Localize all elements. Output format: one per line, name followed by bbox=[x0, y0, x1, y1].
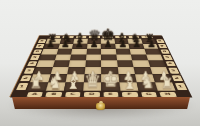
square-b2: ♟ bbox=[48, 74, 67, 82]
square-g4 bbox=[132, 60, 150, 67]
frame-cell: 5 bbox=[161, 54, 175, 60]
square-d6 bbox=[86, 49, 101, 55]
frame-cell: 3 bbox=[166, 67, 181, 74]
frame-cell: 2 bbox=[169, 74, 185, 82]
white-pawn-f2: ♟ bbox=[119, 70, 137, 82]
black-knight-b8: ♞ bbox=[59, 32, 73, 44]
square-d4 bbox=[85, 60, 101, 67]
square-a6 bbox=[41, 49, 58, 55]
square-c6 bbox=[71, 49, 86, 55]
square-d5 bbox=[85, 54, 101, 60]
frame-cell: E bbox=[101, 91, 120, 98]
white-pawn-c2: ♟ bbox=[66, 70, 84, 82]
square-a3 bbox=[33, 67, 52, 74]
coord-rank-7-left: 7 bbox=[35, 44, 44, 48]
square-e2: ♟ bbox=[101, 74, 119, 82]
chess-set-photo: ABCDEFGH8♜♞♝♛♚♝♞♜87♟♟♟♟♟♟♟♟7665544332♟♟♟… bbox=[0, 0, 200, 126]
square-b6 bbox=[56, 49, 72, 55]
frame-cell: B bbox=[43, 91, 64, 98]
square-b1: ♞ bbox=[45, 82, 65, 91]
frame-cell: 4 bbox=[163, 60, 177, 67]
square-f3 bbox=[117, 67, 135, 74]
frame-cell: F bbox=[120, 91, 140, 98]
frame-cell: 6 bbox=[158, 49, 171, 55]
frame-cell: G bbox=[139, 91, 160, 98]
frame-cell: C bbox=[63, 91, 83, 98]
brass-clasp-icon bbox=[94, 101, 107, 110]
white-king-e1: ♚ bbox=[101, 70, 120, 91]
white-pawn-a2: ♟ bbox=[30, 70, 48, 82]
square-h2: ♟ bbox=[152, 74, 172, 82]
coord-file-h-front: H bbox=[159, 92, 176, 97]
coord-file-c-front: C bbox=[65, 92, 81, 97]
white-pawn-d2: ♟ bbox=[83, 70, 101, 82]
coord-rank-3-right: 3 bbox=[168, 68, 179, 74]
frame-cell: A bbox=[24, 91, 45, 98]
board-perspective-plane: ABCDEFGH8♜♞♝♛♚♝♞♜87♟♟♟♟♟♟♟♟7665544332♟♟♟… bbox=[9, 35, 191, 97]
square-e6 bbox=[101, 49, 116, 55]
square-f1: ♝ bbox=[119, 82, 139, 91]
coord-rank-1-right: 1 bbox=[174, 83, 187, 90]
square-c3 bbox=[67, 67, 85, 74]
square-e4 bbox=[101, 60, 117, 67]
white-pawn-e2: ♟ bbox=[101, 70, 119, 82]
square-c1: ♝ bbox=[64, 82, 83, 91]
coord-rank-8-right: 8 bbox=[156, 39, 165, 43]
square-g2: ♟ bbox=[135, 74, 154, 82]
coord-file-e-front: E bbox=[103, 92, 119, 97]
square-e5 bbox=[101, 54, 117, 60]
square-f4 bbox=[117, 60, 134, 67]
square-h4 bbox=[148, 60, 166, 67]
square-c5 bbox=[70, 54, 86, 60]
square-d2: ♟ bbox=[83, 74, 101, 82]
square-c2: ♟ bbox=[66, 74, 85, 82]
frame-corner bbox=[176, 91, 193, 98]
square-b5 bbox=[54, 54, 71, 60]
square-f2: ♟ bbox=[118, 74, 137, 82]
frame-cell: D bbox=[82, 91, 101, 98]
coord-rank-5-right: 5 bbox=[162, 55, 172, 60]
chess-board: ABCDEFGH8♜♞♝♛♚♝♞♜87♟♟♟♟♟♟♟♟7665544332♟♟♟… bbox=[9, 35, 191, 97]
black-rook-a8: ♜ bbox=[46, 33, 60, 44]
square-b3 bbox=[50, 67, 68, 74]
coord-rank-6-right: 6 bbox=[160, 49, 170, 54]
coord-file-g-front: G bbox=[141, 92, 158, 97]
clasp-plate bbox=[96, 103, 105, 110]
square-a4 bbox=[36, 60, 54, 67]
coord-file-d-front: D bbox=[84, 92, 100, 97]
square-b4 bbox=[52, 60, 70, 67]
coord-file-a-front: A bbox=[26, 92, 43, 97]
coord-rank-2-right: 2 bbox=[171, 75, 183, 81]
coord-file-f-front: F bbox=[122, 92, 138, 97]
square-d1: ♛ bbox=[83, 82, 102, 91]
square-c4 bbox=[69, 60, 86, 67]
square-e3 bbox=[101, 67, 118, 74]
coord-rank-7-right: 7 bbox=[158, 44, 167, 48]
white-bishop-c1: ♝ bbox=[64, 74, 83, 91]
square-f5 bbox=[116, 54, 132, 60]
square-d3 bbox=[84, 67, 101, 74]
coord-file-b-front: B bbox=[45, 92, 62, 97]
square-e1: ♚ bbox=[101, 82, 120, 91]
white-pawn-b2: ♟ bbox=[48, 70, 66, 82]
coord-rank-4-right: 4 bbox=[165, 61, 176, 66]
frame-cell: 1 bbox=[172, 82, 189, 91]
square-f6 bbox=[115, 49, 131, 55]
white-bishop-f1: ♝ bbox=[120, 74, 139, 91]
